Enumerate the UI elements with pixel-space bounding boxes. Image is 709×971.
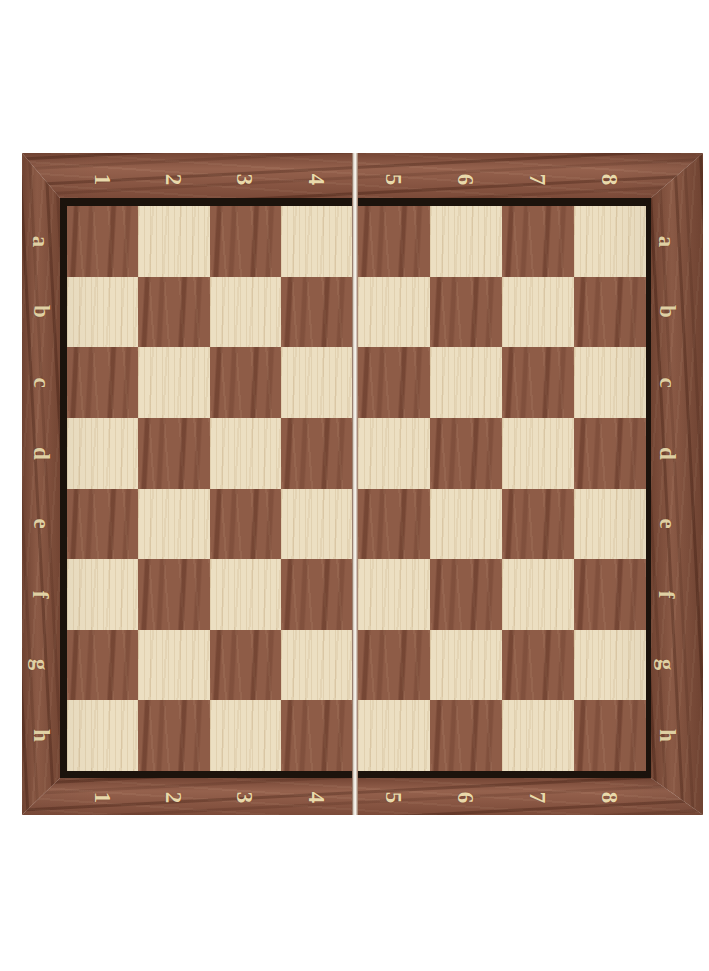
board-frame-right bbox=[651, 153, 703, 815]
square-a2[interactable] bbox=[138, 206, 209, 277]
square-a8[interactable] bbox=[574, 206, 646, 277]
fold-seam bbox=[352, 153, 358, 815]
square-g7[interactable] bbox=[502, 630, 574, 701]
square-b3[interactable] bbox=[210, 277, 281, 348]
square-b5[interactable] bbox=[358, 277, 430, 348]
square-c6[interactable] bbox=[430, 347, 502, 418]
square-c7[interactable] bbox=[502, 347, 574, 418]
square-h2[interactable] bbox=[138, 700, 209, 771]
chessboard: 1234567812345678abcdefghabcdefgh bbox=[22, 153, 703, 815]
square-d2[interactable] bbox=[138, 418, 209, 489]
square-f8[interactable] bbox=[574, 559, 646, 630]
square-f7[interactable] bbox=[502, 559, 574, 630]
square-g1[interactable] bbox=[67, 630, 138, 701]
square-c3[interactable] bbox=[210, 347, 281, 418]
square-g6[interactable] bbox=[430, 630, 502, 701]
square-c2[interactable] bbox=[138, 347, 209, 418]
square-f4[interactable] bbox=[281, 559, 352, 630]
square-c4[interactable] bbox=[281, 347, 352, 418]
square-a3[interactable] bbox=[210, 206, 281, 277]
product-photo: 1234567812345678abcdefghabcdefgh bbox=[0, 0, 709, 971]
square-a4[interactable] bbox=[281, 206, 352, 277]
square-d8[interactable] bbox=[574, 418, 646, 489]
square-f5[interactable] bbox=[358, 559, 430, 630]
board-half-right bbox=[358, 206, 646, 771]
square-b1[interactable] bbox=[67, 277, 138, 348]
board-frame-left bbox=[22, 153, 60, 815]
square-a5[interactable] bbox=[358, 206, 430, 277]
square-b4[interactable] bbox=[281, 277, 352, 348]
square-c1[interactable] bbox=[67, 347, 138, 418]
square-a7[interactable] bbox=[502, 206, 574, 277]
square-e1[interactable] bbox=[67, 489, 138, 560]
square-g4[interactable] bbox=[281, 630, 352, 701]
square-a6[interactable] bbox=[430, 206, 502, 277]
square-e5[interactable] bbox=[358, 489, 430, 560]
square-f3[interactable] bbox=[210, 559, 281, 630]
square-h1[interactable] bbox=[67, 700, 138, 771]
square-h7[interactable] bbox=[502, 700, 574, 771]
square-h4[interactable] bbox=[281, 700, 352, 771]
square-f6[interactable] bbox=[430, 559, 502, 630]
square-h6[interactable] bbox=[430, 700, 502, 771]
square-d5[interactable] bbox=[358, 418, 430, 489]
square-d6[interactable] bbox=[430, 418, 502, 489]
square-e8[interactable] bbox=[574, 489, 646, 560]
square-g5[interactable] bbox=[358, 630, 430, 701]
square-d3[interactable] bbox=[210, 418, 281, 489]
square-b2[interactable] bbox=[138, 277, 209, 348]
square-b7[interactable] bbox=[502, 277, 574, 348]
square-e6[interactable] bbox=[430, 489, 502, 560]
square-g3[interactable] bbox=[210, 630, 281, 701]
square-e4[interactable] bbox=[281, 489, 352, 560]
square-f2[interactable] bbox=[138, 559, 209, 630]
square-e3[interactable] bbox=[210, 489, 281, 560]
square-d4[interactable] bbox=[281, 418, 352, 489]
square-e2[interactable] bbox=[138, 489, 209, 560]
square-c8[interactable] bbox=[574, 347, 646, 418]
square-g8[interactable] bbox=[574, 630, 646, 701]
square-c5[interactable] bbox=[358, 347, 430, 418]
square-h5[interactable] bbox=[358, 700, 430, 771]
square-h3[interactable] bbox=[210, 700, 281, 771]
square-d7[interactable] bbox=[502, 418, 574, 489]
square-f1[interactable] bbox=[67, 559, 138, 630]
square-b6[interactable] bbox=[430, 277, 502, 348]
square-e7[interactable] bbox=[502, 489, 574, 560]
square-b8[interactable] bbox=[574, 277, 646, 348]
square-h8[interactable] bbox=[574, 700, 646, 771]
square-g2[interactable] bbox=[138, 630, 209, 701]
board-half-left bbox=[67, 206, 352, 771]
square-d1[interactable] bbox=[67, 418, 138, 489]
square-a1[interactable] bbox=[67, 206, 138, 277]
